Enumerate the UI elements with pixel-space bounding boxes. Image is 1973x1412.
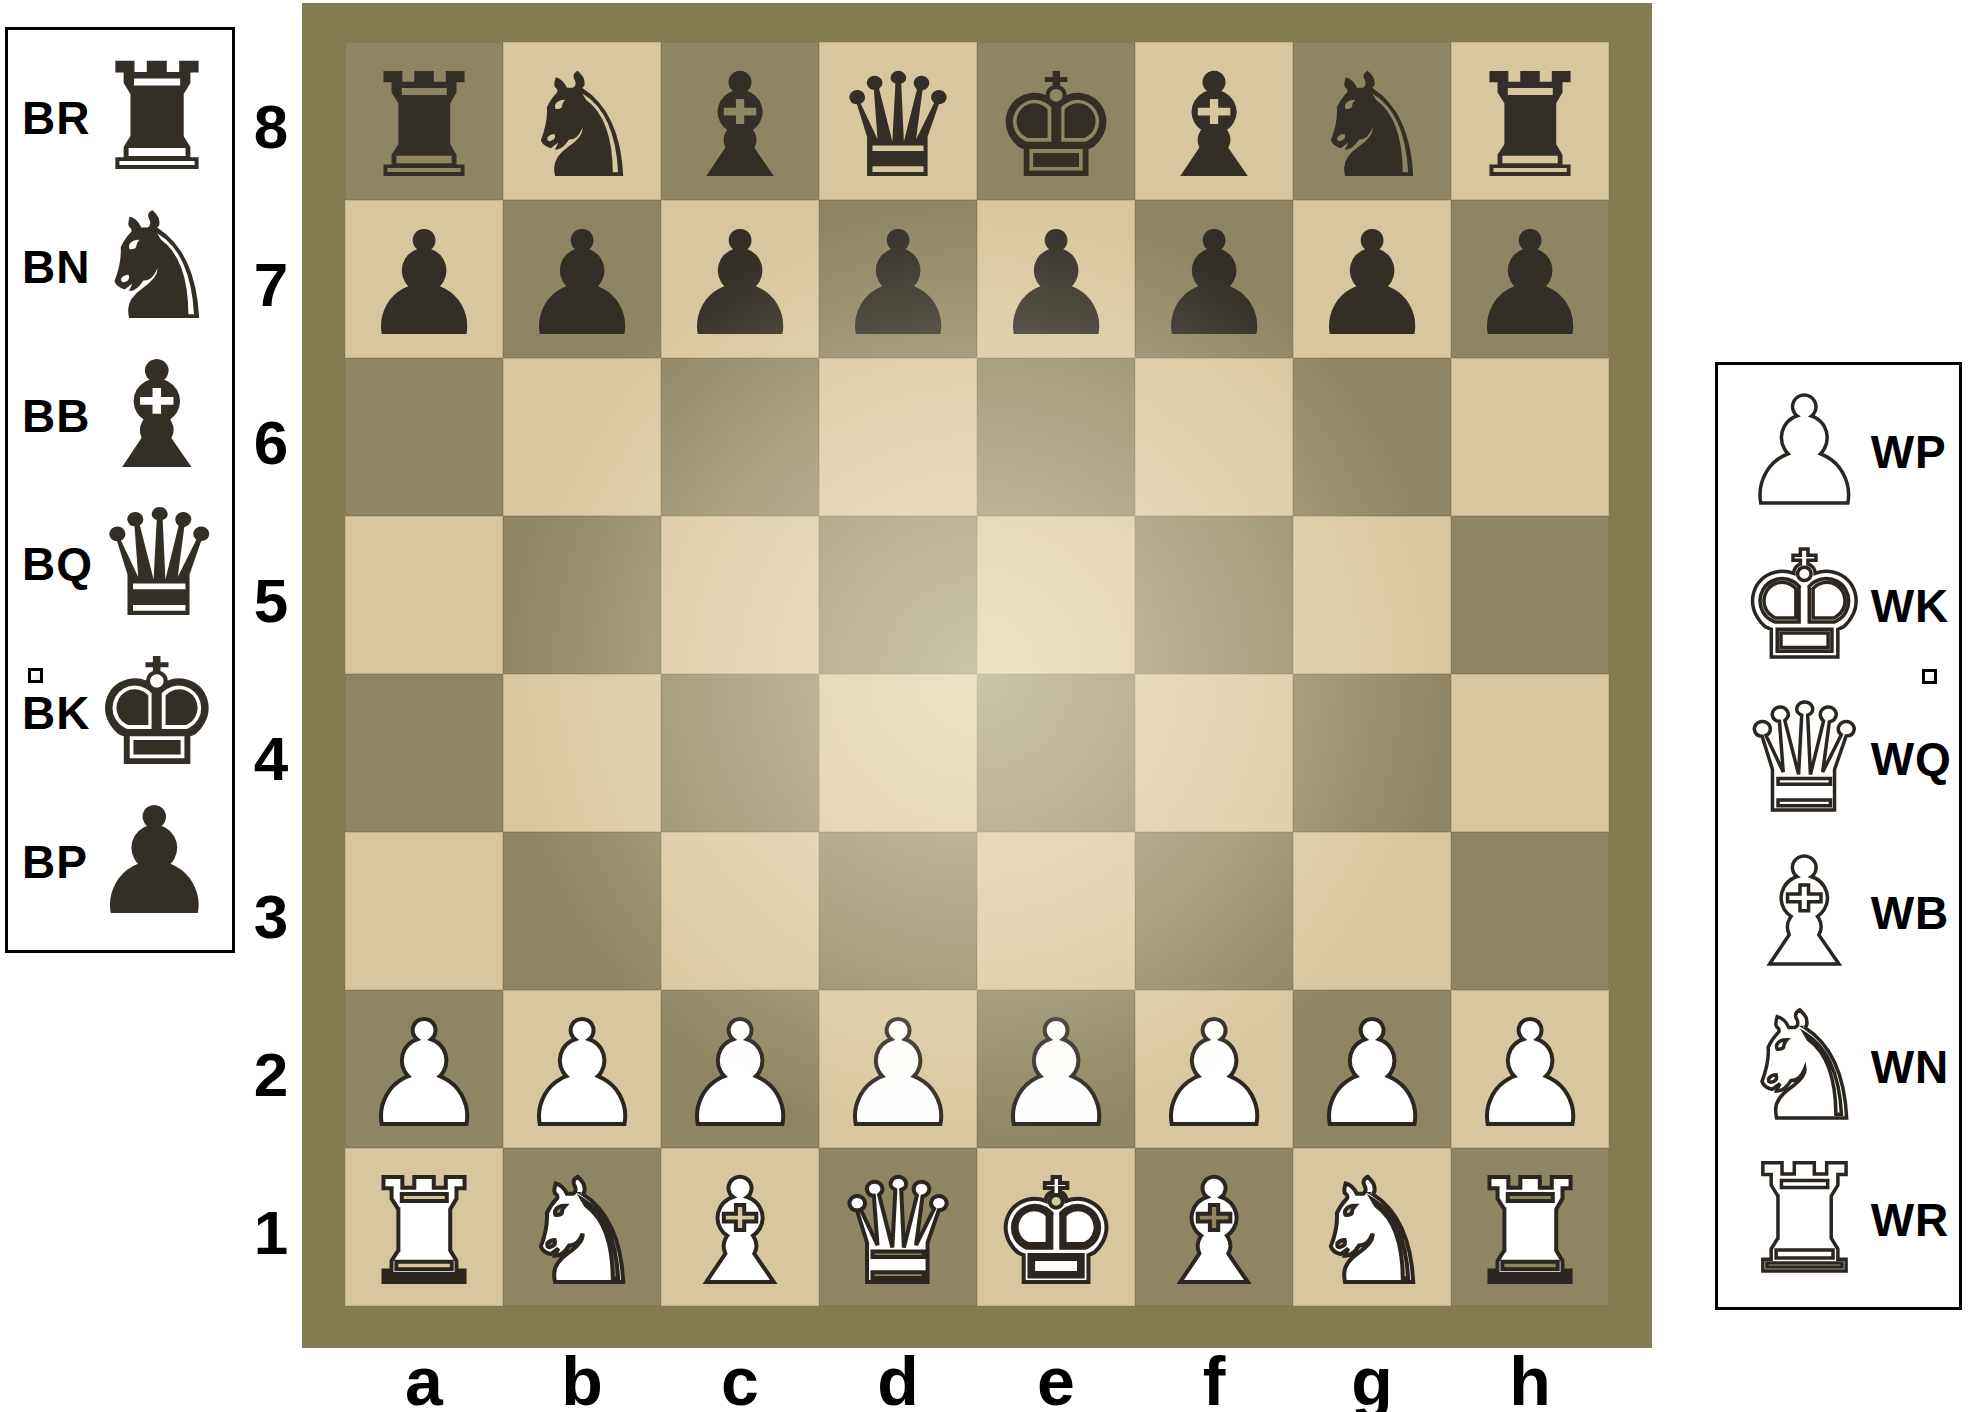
square-b7[interactable]: ♟ (503, 200, 661, 358)
square-h5[interactable] (1451, 516, 1609, 674)
square-f4[interactable] (1135, 674, 1293, 832)
legend-item-bb: BB♝ (8, 341, 232, 490)
square-h1[interactable]: ♜ (1451, 1148, 1609, 1306)
legend-label-wb: WB (1871, 886, 1950, 940)
rank-label-1: 1 (240, 1148, 302, 1306)
square-c8[interactable]: ♝ (661, 42, 819, 200)
black-pawn: ♟ (991, 212, 1120, 356)
square-b6[interactable] (503, 358, 661, 516)
square-c3[interactable] (661, 832, 819, 990)
legend-label-wr: WR (1871, 1193, 1950, 1247)
square-b4[interactable] (503, 674, 661, 832)
white-pawn: ♟ (1307, 1002, 1436, 1146)
legend-label-bk: BK (22, 686, 90, 740)
square-h2[interactable]: ♟ (1451, 990, 1609, 1148)
square-b5[interactable] (503, 516, 661, 674)
rank-label-3: 3 (240, 832, 302, 990)
square-f2[interactable]: ♟ (1135, 990, 1293, 1148)
black-queen: ♛ (833, 54, 962, 198)
square-a7[interactable]: ♟ (345, 200, 503, 358)
square-d3[interactable] (819, 832, 977, 990)
square-a8[interactable]: ♜ (345, 42, 503, 200)
board-squares: ♜♞♝♛♚♝♞♜♟♟♟♟♟♟♟♟♟♟♟♟♟♟♟♟♜♞♝♛♚♝♞♜ (345, 42, 1609, 1306)
black-pieces-legend: BR♜BN♞BB♝BQ♛BK♚BP♟ (5, 27, 235, 953)
black-knight-icon: ♞ (90, 193, 223, 341)
white-king: ♚ (991, 1160, 1120, 1304)
rank-label-6: 6 (240, 358, 302, 516)
square-a1[interactable]: ♜ (345, 1148, 503, 1306)
black-pawn: ♟ (517, 212, 646, 356)
square-d7[interactable]: ♟ (819, 200, 977, 358)
legend-item-wn: ♞WN (1718, 990, 1959, 1144)
square-f7[interactable]: ♟ (1135, 200, 1293, 358)
white-pawn: ♟ (359, 1002, 488, 1146)
square-h4[interactable] (1451, 674, 1609, 832)
legend-label-wp: WP (1871, 425, 1947, 479)
selection-handle-left[interactable] (28, 668, 43, 683)
square-a6[interactable] (345, 358, 503, 516)
legend-item-bq: BQ♛ (8, 490, 232, 639)
legend-label-bp: BP (22, 835, 88, 889)
chess-diagram: BR♜BN♞BB♝BQ♛BK♚BP♟ ♜♞♝♛♚♝♞♜♟♟♟♟♟♟♟♟♟♟♟♟♟… (0, 0, 1973, 1412)
black-king-icon: ♚ (90, 639, 223, 787)
square-f8[interactable]: ♝ (1135, 42, 1293, 200)
square-g2[interactable]: ♟ (1293, 990, 1451, 1148)
black-bishop: ♝ (675, 54, 804, 198)
square-d5[interactable] (819, 516, 977, 674)
white-pawn-icon: ♟ (1738, 378, 1871, 526)
rank-label-5: 5 (240, 516, 302, 674)
black-rook-icon: ♜ (90, 44, 223, 192)
file-label-g: g (1293, 1350, 1451, 1412)
black-bishop-icon: ♝ (90, 342, 223, 490)
square-b1[interactable]: ♞ (503, 1148, 661, 1306)
white-rook: ♜ (359, 1160, 488, 1304)
rank-label-2: 2 (240, 990, 302, 1148)
square-d6[interactable] (819, 358, 977, 516)
white-rook-icon: ♜ (1738, 1146, 1871, 1294)
square-e5[interactable] (977, 516, 1135, 674)
square-a4[interactable] (345, 674, 503, 832)
legend-item-wk: ♚WK (1718, 529, 1959, 683)
square-e7[interactable]: ♟ (977, 200, 1135, 358)
black-queen-icon: ♛ (93, 490, 226, 638)
white-bishop: ♝ (1149, 1160, 1278, 1304)
white-pawn: ♟ (1465, 1002, 1594, 1146)
black-pawn: ♟ (675, 212, 804, 356)
square-c2[interactable]: ♟ (661, 990, 819, 1148)
white-pawn: ♟ (1149, 1002, 1278, 1146)
square-g3[interactable] (1293, 832, 1451, 990)
square-g1[interactable]: ♞ (1293, 1148, 1451, 1306)
square-d4[interactable] (819, 674, 977, 832)
white-pieces-legend: ♟WP♚WK♛WQ♝WB♞WN♜WR (1715, 362, 1962, 1310)
black-pawn: ♟ (1149, 212, 1278, 356)
file-label-b: b (503, 1350, 661, 1412)
square-c6[interactable] (661, 358, 819, 516)
legend-item-wp: ♟WP (1718, 375, 1959, 529)
legend-label-bn: BN (22, 240, 90, 294)
square-c4[interactable] (661, 674, 819, 832)
square-b2[interactable]: ♟ (503, 990, 661, 1148)
black-rook: ♜ (359, 54, 488, 198)
black-rook: ♜ (1465, 54, 1594, 198)
legend-item-bn: BN♞ (8, 193, 232, 342)
square-c7[interactable]: ♟ (661, 200, 819, 358)
square-a5[interactable] (345, 516, 503, 674)
legend-item-bk: BK♚ (8, 639, 232, 788)
white-queen: ♛ (833, 1160, 962, 1304)
legend-label-wk: WK (1871, 579, 1950, 633)
square-g6[interactable] (1293, 358, 1451, 516)
square-h7[interactable]: ♟ (1451, 200, 1609, 358)
selection-handle-right[interactable] (1922, 669, 1937, 684)
chess-board: ♜♞♝♛♚♝♞♜♟♟♟♟♟♟♟♟♟♟♟♟♟♟♟♟♜♞♝♛♚♝♞♜ (302, 3, 1652, 1348)
legend-label-br: BR (22, 91, 90, 145)
rank-label-7: 7 (240, 200, 302, 358)
black-king: ♚ (991, 54, 1120, 198)
square-f6[interactable] (1135, 358, 1293, 516)
white-pawn: ♟ (517, 1002, 646, 1146)
square-h6[interactable] (1451, 358, 1609, 516)
square-g7[interactable]: ♟ (1293, 200, 1451, 358)
black-knight: ♞ (1307, 54, 1436, 198)
legend-label-wq: WQ (1871, 732, 1952, 786)
black-bishop: ♝ (1149, 54, 1278, 198)
square-g4[interactable] (1293, 674, 1451, 832)
square-a3[interactable] (345, 832, 503, 990)
square-f1[interactable]: ♝ (1135, 1148, 1293, 1306)
white-bishop: ♝ (675, 1160, 804, 1304)
rank-label-4: 4 (240, 674, 302, 832)
square-a2[interactable]: ♟ (345, 990, 503, 1148)
white-bishop-icon: ♝ (1738, 839, 1871, 987)
square-d1[interactable]: ♛ (819, 1148, 977, 1306)
square-d8[interactable]: ♛ (819, 42, 977, 200)
file-label-f: f (1135, 1350, 1293, 1412)
square-e2[interactable]: ♟ (977, 990, 1135, 1148)
legend-item-wr: ♜WR (1718, 1143, 1959, 1297)
file-label-e: e (977, 1350, 1135, 1412)
white-knight-icon: ♞ (1738, 993, 1871, 1141)
legend-label-bq: BQ (22, 537, 93, 591)
white-king-icon: ♚ (1738, 532, 1871, 680)
white-rook: ♜ (1465, 1160, 1594, 1304)
black-pawn-icon: ♟ (88, 788, 221, 936)
square-c5[interactable] (661, 516, 819, 674)
square-e1[interactable]: ♚ (977, 1148, 1135, 1306)
square-e6[interactable] (977, 358, 1135, 516)
white-pawn: ♟ (833, 1002, 962, 1146)
square-f5[interactable] (1135, 516, 1293, 674)
white-queen-icon: ♛ (1738, 685, 1871, 833)
square-e8[interactable]: ♚ (977, 42, 1135, 200)
square-g8[interactable]: ♞ (1293, 42, 1451, 200)
black-pawn: ♟ (1465, 212, 1594, 356)
black-pawn: ♟ (359, 212, 488, 356)
square-c1[interactable]: ♝ (661, 1148, 819, 1306)
file-label-a: a (345, 1350, 503, 1412)
white-knight: ♞ (517, 1160, 646, 1304)
square-d2[interactable]: ♟ (819, 990, 977, 1148)
black-pawn: ♟ (1307, 212, 1436, 356)
file-label-c: c (661, 1350, 819, 1412)
rank-label-8: 8 (240, 42, 302, 200)
white-pawn: ♟ (675, 1002, 804, 1146)
legend-item-wq: ♛WQ (1718, 682, 1959, 836)
file-label-h: h (1451, 1350, 1609, 1412)
legend-item-bp: BP♟ (8, 787, 232, 936)
black-pawn: ♟ (833, 212, 962, 356)
square-h3[interactable] (1451, 832, 1609, 990)
square-f3[interactable] (1135, 832, 1293, 990)
legend-item-wb: ♝WB (1718, 836, 1959, 990)
square-g5[interactable] (1293, 516, 1451, 674)
legend-label-wn: WN (1871, 1040, 1950, 1094)
file-label-d: d (819, 1350, 977, 1412)
white-pawn: ♟ (991, 1002, 1120, 1146)
square-b3[interactable] (503, 832, 661, 990)
white-knight: ♞ (1307, 1160, 1436, 1304)
legend-item-br: BR♜ (8, 44, 232, 193)
legend-label-bb: BB (22, 389, 90, 443)
square-h8[interactable]: ♜ (1451, 42, 1609, 200)
square-e4[interactable] (977, 674, 1135, 832)
square-e3[interactable] (977, 832, 1135, 990)
square-b8[interactable]: ♞ (503, 42, 661, 200)
black-knight: ♞ (517, 54, 646, 198)
